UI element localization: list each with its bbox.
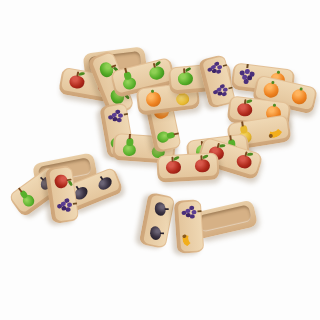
orange-icon [290, 87, 308, 105]
tile-face [143, 194, 174, 247]
grapes-icon [217, 64, 223, 69]
apple-red-icon [54, 174, 69, 189]
apple-red-icon [235, 153, 253, 170]
tile-half [170, 66, 201, 90]
tile-half [154, 122, 181, 151]
apple-green-icon [148, 64, 166, 80]
orange-icon [145, 90, 162, 107]
pear-green-icon [20, 192, 36, 208]
grapes-icon [244, 68, 250, 74]
domino-tile[interactable] [139, 192, 176, 249]
play-area [0, 0, 320, 320]
tile-half [138, 86, 169, 111]
tile-half [49, 167, 74, 196]
pear-green-icon [157, 130, 171, 143]
pear-green-icon [122, 76, 138, 91]
domino-tile[interactable] [174, 199, 205, 253]
tile-face [178, 201, 203, 252]
tile-half [61, 68, 93, 95]
apple-green-icon [177, 71, 193, 85]
domino-tile[interactable] [156, 152, 219, 182]
plum-icon [96, 174, 114, 192]
grapes-icon [192, 209, 197, 214]
banana-icon [262, 117, 285, 140]
tile-half [143, 219, 169, 247]
tile-half [158, 155, 188, 178]
pear-green-icon [122, 143, 136, 156]
apple-red-icon [166, 160, 182, 174]
grapes-icon [223, 87, 229, 92]
tile-half [178, 201, 202, 227]
tile-half [227, 147, 261, 177]
plum-icon [155, 202, 167, 216]
banana-icon [181, 229, 203, 248]
tile-half [187, 153, 217, 176]
grapes-icon [67, 202, 73, 207]
apple-red-icon [237, 102, 253, 117]
tile-half [257, 116, 289, 142]
tile-half [180, 226, 204, 252]
grapes-icon [118, 113, 124, 118]
plum-icon [150, 226, 162, 240]
tray-recess [198, 204, 252, 232]
tile-half [114, 134, 144, 158]
apple-red-icon [68, 74, 85, 89]
tile-face [158, 153, 217, 178]
tile-half [53, 193, 78, 222]
tile-half [229, 97, 260, 122]
apple-red-icon [195, 158, 211, 172]
orange-icon [262, 81, 280, 99]
